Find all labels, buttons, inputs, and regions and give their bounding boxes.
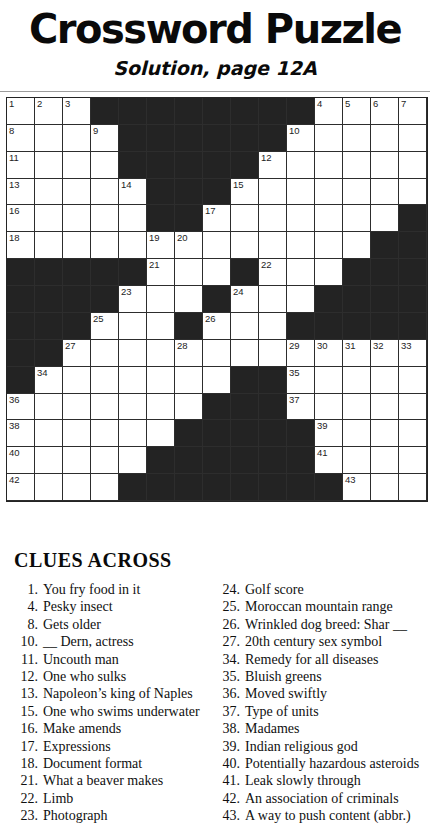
grid-cell-black — [7, 367, 35, 394]
grid-cell: 24 — [231, 286, 259, 313]
grid-cell: 12 — [259, 152, 287, 179]
grid-cell — [119, 205, 147, 232]
clue-number: 42. — [216, 790, 240, 807]
grid-cell-black — [399, 232, 427, 259]
cell-number: 39 — [317, 420, 328, 431]
grid-cell — [315, 259, 343, 286]
grid-cell — [231, 232, 259, 259]
clue-number: 24. — [216, 581, 240, 598]
grid-cell-black — [399, 205, 427, 232]
clue-text: One who swims underwater — [43, 703, 200, 720]
cell-number: 15 — [233, 179, 244, 190]
grid-cell: 4 — [315, 98, 343, 125]
grid-cell: 36 — [7, 394, 35, 421]
grid-cell — [371, 205, 399, 232]
grid-cell-black — [175, 474, 203, 501]
grid-cell — [231, 313, 259, 340]
cell-number: 24 — [233, 286, 244, 297]
grid-cell — [147, 313, 175, 340]
grid-cell-black — [231, 125, 259, 152]
grid-cell — [175, 259, 203, 286]
grid-cell-black — [259, 98, 287, 125]
clue-text: One who sulks — [43, 668, 126, 685]
grid-cell — [315, 125, 343, 152]
clues-column-2: 24.Golf score25.Moroccan mountain range2… — [216, 581, 430, 825]
clue-number: 11. — [14, 651, 38, 668]
clue-item: 43.A way to push content (abbr.) — [216, 807, 430, 824]
grid-cell — [147, 420, 175, 447]
grid-cell — [371, 367, 399, 394]
clues-column-1: 1.You fry food in it4.Pesky insect8.Gets… — [14, 581, 216, 825]
grid-cell-black — [119, 474, 147, 501]
clue-number: 12. — [14, 668, 38, 685]
cell-number: 36 — [9, 394, 20, 405]
clue-item: 4.Pesky insect — [14, 598, 216, 615]
clue-text: Moroccan mountain range — [245, 598, 393, 615]
clue-item: 39.Indian religious god — [216, 738, 430, 755]
cell-number: 13 — [9, 179, 20, 190]
grid-cell-black — [203, 447, 231, 474]
grid-cell-black — [315, 286, 343, 313]
grid-cell-black — [231, 98, 259, 125]
grid-cell-black — [7, 286, 35, 313]
clue-item: 21.What a beaver makes — [14, 772, 216, 789]
grid-cell-black — [35, 286, 63, 313]
cell-number: 22 — [261, 259, 272, 270]
grid-cell — [259, 286, 287, 313]
clue-text: Indian religious god — [245, 738, 358, 755]
grid-cell — [287, 152, 315, 179]
grid-cell — [91, 367, 119, 394]
grid-cell — [343, 179, 371, 206]
cell-number: 38 — [9, 420, 20, 431]
clue-number: 27. — [216, 633, 240, 650]
grid-cell — [343, 205, 371, 232]
clue-number: 17. — [14, 738, 38, 755]
grid-cell — [287, 205, 315, 232]
clue-text: A way to push content (abbr.) — [245, 807, 411, 824]
clue-item: 15.One who swims underwater — [14, 703, 216, 720]
grid-cell: 8 — [7, 125, 35, 152]
clue-text: Limb — [43, 790, 73, 807]
grid-cell: 1 — [7, 98, 35, 125]
grid-cell — [35, 125, 63, 152]
cell-number: 5 — [345, 98, 350, 109]
grid-cell — [175, 367, 203, 394]
grid-cell — [91, 474, 119, 501]
grid-cell: 23 — [119, 286, 147, 313]
grid-cell — [315, 205, 343, 232]
grid-cell — [119, 340, 147, 367]
grid-cell — [119, 367, 147, 394]
clue-item: 12.One who sulks — [14, 668, 216, 685]
grid-cell: 17 — [203, 205, 231, 232]
cell-number: 17 — [205, 205, 216, 216]
clue-text: Photograph — [43, 807, 108, 824]
cell-number: 27 — [65, 340, 76, 351]
grid-cell-black — [287, 420, 315, 447]
grid-cell-black — [287, 447, 315, 474]
grid-cell — [315, 394, 343, 421]
clue-number: 22. — [14, 790, 38, 807]
grid-cell — [63, 125, 91, 152]
grid-cell-black — [175, 152, 203, 179]
clue-item: 24.Golf score — [216, 581, 430, 598]
grid-cell — [399, 367, 427, 394]
grid-cell — [147, 367, 175, 394]
clue-number: 1. — [14, 581, 38, 598]
grid-cell — [399, 179, 427, 206]
grid-cell: 3 — [63, 98, 91, 125]
grid-cell-black — [91, 286, 119, 313]
grid-cell-black — [175, 98, 203, 125]
clue-text: Moved swiftly — [245, 685, 327, 702]
grid-cell-black — [203, 152, 231, 179]
grid-cell — [203, 259, 231, 286]
clue-item: 38.Madames — [216, 720, 430, 737]
header-divider — [0, 91, 430, 92]
clue-text: What a beaver makes — [43, 772, 163, 789]
grid-cell-black — [147, 152, 175, 179]
clue-text: Potentially hazardous asteroids — [245, 755, 419, 772]
grid-cell-black — [203, 474, 231, 501]
clue-item: 11.Uncouth man — [14, 651, 216, 668]
grid-cell: 27 — [63, 340, 91, 367]
cell-number: 14 — [121, 179, 132, 190]
grid-cell: 37 — [287, 394, 315, 421]
grid-cell: 2 — [35, 98, 63, 125]
cell-number: 31 — [345, 340, 356, 351]
cell-number: 30 — [317, 340, 328, 351]
grid-cell — [203, 367, 231, 394]
cell-number: 28 — [177, 340, 188, 351]
grid-cell: 32 — [371, 340, 399, 367]
grid-cell — [91, 152, 119, 179]
grid-cell-black — [147, 474, 175, 501]
cell-number: 12 — [261, 152, 272, 163]
grid-cell-black — [7, 340, 35, 367]
grid-cell-black — [287, 313, 315, 340]
grid-cell — [259, 313, 287, 340]
grid-cell — [63, 367, 91, 394]
clue-number: 38. — [216, 720, 240, 737]
grid-cell: 20 — [175, 232, 203, 259]
cell-number: 33 — [401, 340, 412, 351]
clue-text: Uncouth man — [43, 651, 119, 668]
clue-item: 37.Type of units — [216, 703, 430, 720]
grid-cell: 14 — [119, 179, 147, 206]
clue-item: 34.Remedy for all diseases — [216, 651, 430, 668]
page-subtitle: Solution, page 12A — [0, 57, 430, 79]
grid-cell — [371, 474, 399, 501]
cell-number: 41 — [317, 447, 328, 458]
grid-cell-black — [147, 205, 175, 232]
grid-cell: 30 — [315, 340, 343, 367]
clue-text: Expressions — [43, 738, 111, 755]
grid-cell — [35, 179, 63, 206]
grid-cell — [203, 232, 231, 259]
grid-cell: 40 — [7, 447, 35, 474]
clue-item: 27.20th century sex symbol — [216, 633, 430, 650]
clue-number: 26. — [216, 616, 240, 633]
grid-cell-black — [35, 259, 63, 286]
grid-cell — [63, 205, 91, 232]
clue-number: 43. — [216, 807, 240, 824]
grid-cell — [119, 420, 147, 447]
grid-cell-black — [371, 259, 399, 286]
grid-cell-black — [63, 313, 91, 340]
clue-text: Leak slowly through — [245, 772, 361, 789]
cell-number: 1 — [9, 98, 14, 109]
grid-cell — [399, 152, 427, 179]
crossword-grid: 1234567891011121314151617181920212223242… — [6, 97, 428, 502]
clue-item: 13.Napoleon’s king of Naples — [14, 685, 216, 702]
grid-cell: 16 — [7, 205, 35, 232]
grid-cell — [35, 474, 63, 501]
grid-cell-black — [147, 125, 175, 152]
cell-number: 26 — [205, 313, 216, 324]
cell-number: 4 — [317, 98, 322, 109]
grid-cell — [343, 367, 371, 394]
cell-number: 42 — [9, 474, 20, 485]
grid-cell — [315, 179, 343, 206]
cell-number: 7 — [401, 98, 406, 109]
cell-number: 2 — [37, 98, 42, 109]
clue-text: You fry food in it — [43, 581, 140, 598]
grid-cell — [91, 179, 119, 206]
grid-cell: 13 — [7, 179, 35, 206]
grid-cell — [63, 232, 91, 259]
grid-cell: 34 — [35, 367, 63, 394]
grid-cell — [315, 232, 343, 259]
grid-cell: 38 — [7, 420, 35, 447]
clue-item: 40.Potentially hazardous asteroids — [216, 755, 430, 772]
grid-cell: 9 — [91, 125, 119, 152]
clue-text: Napoleon’s king of Naples — [43, 685, 193, 702]
grid-cell — [231, 205, 259, 232]
grid-cell-black — [147, 98, 175, 125]
clue-number: 41. — [216, 772, 240, 789]
cell-number: 21 — [149, 259, 160, 270]
clue-number: 40. — [216, 755, 240, 772]
grid-cell-black — [287, 474, 315, 501]
grid-cell: 41 — [315, 447, 343, 474]
grid-cell — [35, 447, 63, 474]
grid-cell-black — [119, 259, 147, 286]
grid-cell-black — [175, 179, 203, 206]
clue-number: 15. — [14, 703, 38, 720]
grid-cell — [315, 152, 343, 179]
clue-item: 17.Expressions — [14, 738, 216, 755]
grid-cell-black — [119, 152, 147, 179]
grid-cell — [91, 340, 119, 367]
page-title: Crossword Puzzle — [0, 6, 430, 52]
grid-cell-black — [147, 447, 175, 474]
clue-text: Madames — [245, 720, 299, 737]
grid-cell-black — [287, 98, 315, 125]
grid-cell — [147, 286, 175, 313]
grid-cell-black — [399, 313, 427, 340]
grid-cell-black — [175, 125, 203, 152]
grid-cell: 10 — [287, 125, 315, 152]
cell-number: 23 — [121, 286, 132, 297]
clue-number: 36. — [216, 685, 240, 702]
grid-cell — [371, 152, 399, 179]
cell-number: 20 — [177, 232, 188, 243]
grid-cell-black — [399, 259, 427, 286]
grid-cell: 25 — [91, 313, 119, 340]
grid-cell-black — [35, 313, 63, 340]
grid-cell — [91, 420, 119, 447]
cell-number: 3 — [65, 98, 70, 109]
grid-cell — [91, 232, 119, 259]
grid-cell-black — [147, 179, 175, 206]
grid-cell-black — [63, 286, 91, 313]
clues-heading: CLUES ACROSS — [14, 549, 172, 572]
grid-cell — [287, 232, 315, 259]
grid-cell-black — [7, 313, 35, 340]
clue-text: An association of criminals — [245, 790, 399, 807]
clue-item: 18.Document format — [14, 755, 216, 772]
grid-cell — [119, 394, 147, 421]
clue-number: 8. — [14, 616, 38, 633]
grid-cell — [287, 286, 315, 313]
clue-item: 16.Make amends — [14, 720, 216, 737]
grid-cell-black — [231, 367, 259, 394]
grid-cell-black — [231, 259, 259, 286]
grid-cell: 35 — [287, 367, 315, 394]
grid-cell-black — [203, 286, 231, 313]
grid-cell — [399, 420, 427, 447]
grid-cell: 7 — [399, 98, 427, 125]
grid-cell-black — [63, 259, 91, 286]
clue-text: Make amends — [43, 720, 121, 737]
clue-item: 36.Moved swiftly — [216, 685, 430, 702]
grid-cell-black — [343, 286, 371, 313]
grid-cell-black — [259, 447, 287, 474]
clue-item: 26.Wrinkled dog breed: Shar __ — [216, 616, 430, 633]
clue-number: 23. — [14, 807, 38, 824]
cell-number: 40 — [9, 447, 20, 458]
grid-cell: 29 — [287, 340, 315, 367]
grid-cell — [35, 420, 63, 447]
cell-number: 9 — [93, 125, 98, 136]
cell-number: 8 — [9, 125, 14, 136]
grid-cell-black — [119, 125, 147, 152]
grid-cell: 42 — [7, 474, 35, 501]
grid-cell — [175, 286, 203, 313]
clue-item: 42.An association of criminals — [216, 790, 430, 807]
grid-cell — [119, 232, 147, 259]
clue-number: 21. — [14, 772, 38, 789]
grid-cell — [399, 474, 427, 501]
grid-cell-black — [399, 286, 427, 313]
clue-number: 4. — [14, 598, 38, 615]
cell-number: 37 — [289, 394, 300, 405]
grid-cell-black — [203, 420, 231, 447]
grid-cell-black — [35, 340, 63, 367]
grid-cell-black — [343, 313, 371, 340]
grid-cell: 33 — [399, 340, 427, 367]
cell-number: 18 — [9, 232, 20, 243]
grid-cell-black — [259, 125, 287, 152]
grid-cell-black — [175, 205, 203, 232]
grid-cell-black — [315, 313, 343, 340]
grid-cell-black — [175, 313, 203, 340]
grid-cell — [343, 420, 371, 447]
grid-cell — [175, 394, 203, 421]
clue-text: 20th century sex symbol — [245, 633, 382, 650]
grid-cell-black — [91, 259, 119, 286]
clue-number: 10. — [14, 633, 38, 650]
grid-cell-black — [259, 394, 287, 421]
grid-cell — [343, 232, 371, 259]
grid-cell — [63, 152, 91, 179]
grid-cell — [91, 205, 119, 232]
clue-item: 8.Gets older — [14, 616, 216, 633]
cell-number: 16 — [9, 205, 20, 216]
grid-cell — [63, 474, 91, 501]
cell-number: 6 — [373, 98, 378, 109]
grid-cell-black — [203, 125, 231, 152]
clue-text: Type of units — [245, 703, 319, 720]
cell-number: 25 — [93, 313, 104, 324]
page: { "title": "Crossword Puzzle", "subtitle… — [0, 0, 430, 827]
cell-number: 11 — [9, 152, 19, 163]
grid-cell-black — [203, 394, 231, 421]
grid-cell: 15 — [231, 179, 259, 206]
grid-cell — [147, 340, 175, 367]
grid-cell-black — [371, 232, 399, 259]
cell-number: 32 — [373, 340, 384, 351]
grid-cell-black — [7, 259, 35, 286]
clue-number: 16. — [14, 720, 38, 737]
clue-text: Document format — [43, 755, 142, 772]
cell-number: 35 — [289, 367, 300, 378]
grid-cell-black — [231, 447, 259, 474]
grid-cell-black — [119, 98, 147, 125]
clue-number: 13. — [14, 685, 38, 702]
clue-item: 41.Leak slowly through — [216, 772, 430, 789]
grid-cell — [35, 205, 63, 232]
clue-item: 35.Bluish greens — [216, 668, 430, 685]
clue-text: __ Dern, actress — [43, 633, 134, 650]
grid-cell-black — [231, 420, 259, 447]
clue-item: 25.Moroccan mountain range — [216, 598, 430, 615]
grid-cell — [119, 313, 147, 340]
clue-number: 39. — [216, 738, 240, 755]
grid-cell — [343, 152, 371, 179]
grid-cell: 19 — [147, 232, 175, 259]
cell-number: 10 — [289, 125, 300, 136]
clue-item: 22.Limb — [14, 790, 216, 807]
grid-cell: 21 — [147, 259, 175, 286]
grid-cell — [119, 447, 147, 474]
grid-cell-black — [231, 152, 259, 179]
clue-text: Bluish greens — [245, 668, 322, 685]
grid-cell: 5 — [343, 98, 371, 125]
grid-cell-black — [203, 98, 231, 125]
grid-cell — [343, 394, 371, 421]
grid-cell — [63, 420, 91, 447]
grid-cell — [371, 447, 399, 474]
grid-cell — [63, 394, 91, 421]
grid-cell — [259, 232, 287, 259]
grid-cell-black — [231, 474, 259, 501]
clue-number: 34. — [216, 651, 240, 668]
grid-cell: 43 — [343, 474, 371, 501]
grid-cell: 28 — [175, 340, 203, 367]
